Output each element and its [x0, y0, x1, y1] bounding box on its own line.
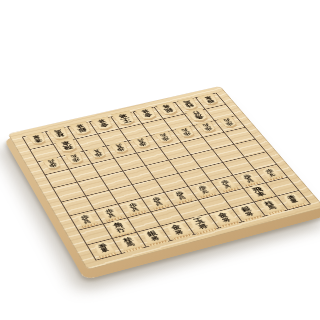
- gote-lance[interactable]: 香車: [25, 132, 48, 146]
- piece-kanji: 歩兵: [131, 136, 153, 149]
- piece-face: 歩兵: [109, 141, 131, 154]
- gote-pawn[interactable]: 歩兵: [41, 157, 63, 170]
- gote-pawn[interactable]: 歩兵: [131, 136, 153, 149]
- sente-lance[interactable]: 香車: [280, 192, 306, 207]
- gote-pawn[interactable]: 歩兵: [87, 146, 109, 159]
- gote-lance[interactable]: 香車: [198, 93, 221, 105]
- sente-lance[interactable]: 香車: [91, 240, 117, 257]
- board-surface: 香車桂馬銀将金将王将金将銀将桂馬香車飛車角行歩兵歩兵歩兵歩兵歩兵歩兵歩兵歩兵歩兵…: [8, 86, 320, 270]
- gote-pawn[interactable]: 歩兵: [153, 131, 175, 144]
- gote-pawn[interactable]: 歩兵: [217, 116, 239, 128]
- gote-pawn[interactable]: 歩兵: [109, 141, 131, 154]
- piece-face: 歩兵: [87, 146, 109, 159]
- gote-pawn[interactable]: 歩兵: [175, 126, 197, 139]
- piece-kanji: 歩兵: [109, 141, 131, 154]
- shogi-board: 香車桂馬銀将金将王将金将銀将桂馬香車飛車角行歩兵歩兵歩兵歩兵歩兵歩兵歩兵歩兵歩兵…: [8, 86, 320, 270]
- piece-face: 歩兵: [131, 136, 153, 149]
- photo-scene: 香車桂馬銀将金将王将金将銀将桂馬香車飛車角行歩兵歩兵歩兵歩兵歩兵歩兵歩兵歩兵歩兵…: [0, 0, 320, 320]
- product-photo-stage: 香車桂馬銀将金将王将金将銀将桂馬香車飛車角行歩兵歩兵歩兵歩兵歩兵歩兵歩兵歩兵歩兵…: [0, 0, 320, 320]
- piece-kanji: 歩兵: [87, 146, 109, 159]
- gote-pawn[interactable]: 歩兵: [64, 151, 86, 164]
